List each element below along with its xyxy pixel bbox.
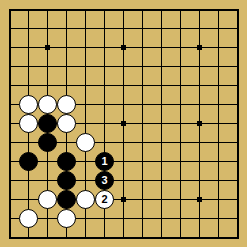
- board-intersection[interactable]: [19, 133, 38, 152]
- board-intersection[interactable]: [19, 57, 38, 76]
- move-number-label: 3: [101, 175, 107, 186]
- board-intersection[interactable]: [190, 76, 209, 95]
- board-intersection[interactable]: [57, 133, 76, 152]
- grid-line-vertical: [142, 152, 143, 171]
- grid-line-vertical: [28, 171, 29, 190]
- grid-line-vertical: [161, 38, 162, 57]
- grid-line-vertical: [180, 76, 181, 95]
- grid-line-vertical: [28, 57, 29, 76]
- board-intersection[interactable]: [171, 38, 190, 57]
- board-intersection[interactable]: [133, 152, 152, 171]
- grid-line-vertical: [218, 19, 219, 38]
- grid-line-vertical: [180, 209, 181, 228]
- board-intersection[interactable]: [133, 228, 152, 247]
- board-intersection[interactable]: [171, 209, 190, 228]
- board-intersection[interactable]: [19, 38, 38, 57]
- white-stone: [19, 209, 38, 228]
- grid-line-vertical: [180, 228, 181, 239]
- board-intersection[interactable]: [133, 38, 152, 57]
- board-intersection[interactable]: [152, 114, 171, 133]
- grid-line-vertical: [9, 38, 11, 57]
- grid-line-vertical: [142, 9, 143, 19]
- board-intersection[interactable]: [152, 76, 171, 95]
- board-intersection[interactable]: [133, 19, 152, 38]
- board-intersection[interactable]: [0, 76, 19, 95]
- board-intersection[interactable]: [19, 19, 38, 38]
- board-intersection[interactable]: [76, 38, 95, 57]
- grid-line-vertical: [47, 171, 48, 190]
- grid-line-vertical: [237, 19, 239, 38]
- board-intersection[interactable]: [209, 209, 228, 228]
- board-intersection[interactable]: [133, 114, 152, 133]
- board-intersection[interactable]: [57, 57, 76, 76]
- grid-line-vertical: [47, 9, 48, 19]
- board-intersection[interactable]: [38, 133, 57, 152]
- board-intersection[interactable]: [190, 57, 209, 76]
- grid-line-vertical: [85, 152, 86, 171]
- grid-line-vertical: [85, 38, 86, 57]
- white-stone: [19, 95, 38, 114]
- white-stone: [57, 209, 76, 228]
- white-stone: [76, 133, 95, 152]
- white-stone: [19, 114, 38, 133]
- grid-line-vertical: [47, 152, 48, 171]
- grid-line-vertical: [199, 209, 200, 228]
- board-intersection[interactable]: [76, 171, 95, 190]
- grid-line-vertical: [180, 171, 181, 190]
- board-intersection[interactable]: [190, 190, 209, 209]
- grid-line-vertical: [123, 228, 124, 239]
- board-intersection[interactable]: [57, 152, 76, 171]
- grid-line-vertical: [218, 9, 219, 19]
- grid-line-vertical: [66, 9, 67, 19]
- grid-line-vertical: [66, 76, 67, 95]
- board-intersection[interactable]: [0, 57, 19, 76]
- grid-line-vertical: [9, 95, 11, 114]
- board-intersection[interactable]: [76, 114, 95, 133]
- grid-line-vertical: [47, 209, 48, 228]
- board-intersection[interactable]: [19, 190, 38, 209]
- grid-line-vertical: [104, 114, 105, 133]
- grid-line-vertical: [161, 114, 162, 133]
- board-intersection[interactable]: [38, 38, 57, 57]
- board-intersection[interactable]: [76, 190, 95, 209]
- grid-line-vertical: [85, 57, 86, 76]
- board-intersection[interactable]: [209, 76, 228, 95]
- board-intersection[interactable]: [152, 209, 171, 228]
- board-intersection[interactable]: [209, 171, 228, 190]
- board-intersection[interactable]: [114, 0, 133, 19]
- board-intersection[interactable]: [76, 19, 95, 38]
- board-intersection[interactable]: [95, 209, 114, 228]
- board-intersection[interactable]: [228, 171, 247, 190]
- board-intersection[interactable]: [228, 152, 247, 171]
- board-intersection[interactable]: [0, 19, 19, 38]
- grid-line-vertical: [218, 76, 219, 95]
- board-intersection[interactable]: [152, 133, 171, 152]
- board-intersection[interactable]: [171, 152, 190, 171]
- board-intersection[interactable]: [228, 0, 247, 19]
- grid-line-vertical: [66, 38, 67, 57]
- board-intersection[interactable]: [114, 228, 133, 247]
- grid-line-vertical: [180, 95, 181, 114]
- grid-line-vertical: [9, 190, 11, 209]
- board-intersection[interactable]: [95, 76, 114, 95]
- board-intersection[interactable]: [171, 76, 190, 95]
- board-intersection[interactable]: [209, 57, 228, 76]
- board-intersection[interactable]: [209, 0, 228, 19]
- board-intersection[interactable]: [76, 152, 95, 171]
- board-intersection[interactable]: [209, 190, 228, 209]
- board-intersection[interactable]: [152, 190, 171, 209]
- board-intersection[interactable]: [209, 228, 228, 247]
- board-intersection[interactable]: [76, 133, 95, 152]
- grid-line-vertical: [218, 190, 219, 209]
- board-intersection[interactable]: [114, 152, 133, 171]
- board-intersection[interactable]: [38, 95, 57, 114]
- grid-line-vertical: [9, 76, 11, 95]
- grid-line-vertical: [85, 114, 86, 133]
- board-intersection[interactable]: [76, 228, 95, 247]
- board-intersection[interactable]: [114, 57, 133, 76]
- board-intersection[interactable]: [133, 171, 152, 190]
- board-intersection[interactable]: [209, 114, 228, 133]
- board-intersection[interactable]: [114, 190, 133, 209]
- board-intersection[interactable]: [114, 114, 133, 133]
- grid-line-vertical: [123, 171, 124, 190]
- board-intersection[interactable]: [95, 95, 114, 114]
- grid-line-vertical: [199, 19, 200, 38]
- grid-line-vertical: [199, 76, 200, 95]
- board-intersection[interactable]: [152, 19, 171, 38]
- board-intersection[interactable]: [19, 95, 38, 114]
- board-intersection[interactable]: [114, 76, 133, 95]
- board-intersection[interactable]: [76, 57, 95, 76]
- grid-line-vertical: [237, 190, 239, 209]
- board-intersection[interactable]: [38, 76, 57, 95]
- board-intersection[interactable]: [0, 95, 19, 114]
- board-intersection[interactable]: [95, 19, 114, 38]
- board-intersection[interactable]: [57, 19, 76, 38]
- grid-line-vertical: [66, 57, 67, 76]
- grid-line-vertical: [199, 9, 200, 19]
- board-intersection[interactable]: [114, 209, 133, 228]
- grid-line-vertical: [199, 171, 200, 190]
- board-intersection[interactable]: [190, 152, 209, 171]
- board-intersection[interactable]: [0, 38, 19, 57]
- grid-line-vertical: [161, 57, 162, 76]
- board-intersection[interactable]: [57, 114, 76, 133]
- grid-line-vertical: [199, 228, 200, 239]
- board-intersection[interactable]: [171, 0, 190, 19]
- board-intersection[interactable]: [0, 0, 19, 19]
- board-intersection[interactable]: [152, 228, 171, 247]
- grid-line-vertical: [85, 228, 86, 239]
- board-intersection[interactable]: [38, 190, 57, 209]
- grid-line-vertical: [199, 57, 200, 76]
- grid-line-vertical: [161, 152, 162, 171]
- grid-line-vertical: [161, 209, 162, 228]
- board-intersection[interactable]: 3: [95, 171, 114, 190]
- board-intersection[interactable]: [57, 95, 76, 114]
- grid-line-vertical: [218, 133, 219, 152]
- grid-line-vertical: [9, 57, 11, 76]
- board-intersection[interactable]: [76, 0, 95, 19]
- board-intersection[interactable]: [19, 114, 38, 133]
- board-intersection[interactable]: [228, 190, 247, 209]
- grid-line-vertical: [123, 9, 124, 19]
- grid-line-vertical: [142, 38, 143, 57]
- grid-line-vertical: [237, 9, 239, 19]
- board-intersection[interactable]: [190, 0, 209, 19]
- grid-line-vertical: [104, 76, 105, 95]
- grid-line-vertical: [161, 133, 162, 152]
- board-intersection[interactable]: [209, 38, 228, 57]
- board-intersection[interactable]: [19, 0, 38, 19]
- board-intersection[interactable]: [57, 0, 76, 19]
- board-intersection[interactable]: [38, 152, 57, 171]
- board-intersection[interactable]: 1: [95, 152, 114, 171]
- grid-line-vertical: [218, 209, 219, 228]
- board-intersection[interactable]: [133, 0, 152, 19]
- grid-line-vertical: [237, 171, 239, 190]
- board-intersection[interactable]: [57, 209, 76, 228]
- grid-line-vertical: [85, 171, 86, 190]
- board-intersection[interactable]: [209, 19, 228, 38]
- board-intersection[interactable]: [190, 171, 209, 190]
- board-intersection[interactable]: [228, 95, 247, 114]
- board-intersection[interactable]: [19, 228, 38, 247]
- board-intersection[interactable]: [209, 95, 228, 114]
- grid-line-vertical: [180, 114, 181, 133]
- board-intersection[interactable]: [0, 190, 19, 209]
- move-number-label: 1: [101, 156, 107, 167]
- grid-line-vertical: [85, 95, 86, 114]
- board-intersection[interactable]: [38, 209, 57, 228]
- grid-line-vertical: [237, 209, 239, 228]
- board-intersection[interactable]: [0, 133, 19, 152]
- grid-line-vertical: [237, 114, 239, 133]
- grid-line-vertical: [237, 38, 239, 57]
- board-intersection[interactable]: [0, 152, 19, 171]
- board-intersection[interactable]: [228, 19, 247, 38]
- board-intersection[interactable]: [95, 57, 114, 76]
- grid-line-vertical: [123, 19, 124, 38]
- board-intersection[interactable]: [95, 133, 114, 152]
- board-intersection[interactable]: [190, 38, 209, 57]
- board-intersection[interactable]: [133, 95, 152, 114]
- board-intersection[interactable]: [19, 209, 38, 228]
- board-intersection[interactable]: [190, 19, 209, 38]
- board-intersection[interactable]: [38, 19, 57, 38]
- grid-line-vertical: [237, 133, 239, 152]
- white-stone: [38, 190, 57, 209]
- grid-line-vertical: [9, 19, 11, 38]
- move-number-label: 2: [101, 194, 107, 205]
- board-intersection[interactable]: [228, 133, 247, 152]
- grid-line-vertical: [218, 38, 219, 57]
- grid-line-vertical: [85, 76, 86, 95]
- board-intersection[interactable]: [76, 209, 95, 228]
- board-intersection[interactable]: [190, 95, 209, 114]
- star-point: [197, 121, 202, 126]
- white-stone: [57, 95, 76, 114]
- grid-line-vertical: [237, 228, 239, 239]
- board-intersection[interactable]: [57, 228, 76, 247]
- board-intersection[interactable]: [19, 152, 38, 171]
- board-intersection[interactable]: [171, 171, 190, 190]
- grid-line-vertical: [180, 190, 181, 209]
- board-intersection[interactable]: [38, 0, 57, 19]
- board-intersection[interactable]: [0, 114, 19, 133]
- grid-line-vertical: [47, 57, 48, 76]
- grid-line-vertical: [9, 152, 11, 171]
- board-intersection[interactable]: [19, 171, 38, 190]
- grid-line-vertical: [218, 57, 219, 76]
- board-intersection[interactable]: [190, 228, 209, 247]
- grid-line-vertical: [47, 19, 48, 38]
- grid-line-vertical: [161, 19, 162, 38]
- black-stone: [57, 171, 76, 190]
- board-intersection[interactable]: [171, 114, 190, 133]
- grid-line-vertical: [47, 228, 48, 239]
- board-intersection[interactable]: [114, 171, 133, 190]
- grid-line-vertical: [9, 209, 11, 228]
- board-intersection[interactable]: [190, 133, 209, 152]
- board-intersection[interactable]: [38, 114, 57, 133]
- grid-line-vertical: [104, 228, 105, 239]
- board-intersection[interactable]: [0, 228, 19, 247]
- board-intersection[interactable]: [57, 38, 76, 57]
- board-intersection[interactable]: [171, 228, 190, 247]
- grid-line-vertical: [218, 228, 219, 239]
- board-intersection[interactable]: [152, 152, 171, 171]
- grid-line-vertical: [85, 9, 86, 19]
- star-point: [45, 45, 50, 50]
- board-intersection[interactable]: [209, 152, 228, 171]
- grid-line-vertical: [104, 9, 105, 19]
- board-intersection[interactable]: [171, 95, 190, 114]
- board-intersection[interactable]: [152, 0, 171, 19]
- grid-line-vertical: [142, 19, 143, 38]
- board-intersection[interactable]: [0, 171, 19, 190]
- board-intersection[interactable]: [133, 209, 152, 228]
- board-intersection[interactable]: [57, 171, 76, 190]
- board-intersection[interactable]: [171, 57, 190, 76]
- black-stone: [38, 114, 57, 133]
- board-intersection[interactable]: [95, 114, 114, 133]
- grid-line-vertical: [142, 171, 143, 190]
- white-stone: [57, 114, 76, 133]
- grid-line-vertical: [199, 152, 200, 171]
- board-intersection[interactable]: [76, 95, 95, 114]
- grid-line-vertical: [85, 209, 86, 228]
- grid-line-vertical: [104, 57, 105, 76]
- grid-line-vertical: [180, 133, 181, 152]
- grid-line-vertical: [28, 9, 29, 19]
- white-stone: [76, 190, 95, 209]
- board-intersection[interactable]: [57, 76, 76, 95]
- star-point: [121, 121, 126, 126]
- board-intersection[interactable]: [228, 114, 247, 133]
- board-intersection[interactable]: [228, 209, 247, 228]
- board-intersection[interactable]: [133, 57, 152, 76]
- grid-line-vertical: [104, 38, 105, 57]
- board-intersection[interactable]: [133, 190, 152, 209]
- grid-line-vertical: [142, 76, 143, 95]
- board-intersection[interactable]: [19, 76, 38, 95]
- board-intersection[interactable]: [228, 57, 247, 76]
- star-point: [197, 45, 202, 50]
- board-intersection[interactable]: [38, 57, 57, 76]
- board-intersection[interactable]: [171, 133, 190, 152]
- board-intersection[interactable]: [190, 209, 209, 228]
- grid-line-vertical: [161, 9, 162, 19]
- white-stone: [38, 95, 57, 114]
- board-intersection[interactable]: [171, 190, 190, 209]
- grid-line-vertical: [180, 152, 181, 171]
- board-intersection[interactable]: [38, 228, 57, 247]
- board-intersection[interactable]: [228, 228, 247, 247]
- grid-line-vertical: [123, 133, 124, 152]
- black-stone-move-1: 1: [95, 152, 114, 171]
- white-stone-move-2: 2: [95, 190, 114, 209]
- board-intersection[interactable]: [133, 76, 152, 95]
- board-intersection[interactable]: [38, 171, 57, 190]
- go-board: 132: [0, 0, 247, 247]
- grid-line-vertical: [28, 228, 29, 239]
- grid-line-vertical: [85, 19, 86, 38]
- grid-line-vertical: [237, 95, 239, 114]
- board-intersection[interactable]: [152, 171, 171, 190]
- grid-line-vertical: [104, 19, 105, 38]
- board-intersection[interactable]: [133, 133, 152, 152]
- board-intersection[interactable]: [114, 19, 133, 38]
- board-intersection[interactable]: [228, 76, 247, 95]
- board-intersection[interactable]: [114, 95, 133, 114]
- board-intersection[interactable]: [171, 19, 190, 38]
- grid-line-vertical: [142, 190, 143, 209]
- board-intersection[interactable]: [152, 95, 171, 114]
- black-stone: [38, 133, 57, 152]
- board-intersection[interactable]: [190, 114, 209, 133]
- grid-line-vertical: [218, 114, 219, 133]
- black-stone-move-3: 3: [95, 171, 114, 190]
- board-intersection[interactable]: [152, 38, 171, 57]
- board-intersection[interactable]: [114, 133, 133, 152]
- board-intersection[interactable]: [95, 38, 114, 57]
- grid-line-vertical: [142, 95, 143, 114]
- board-intersection[interactable]: [95, 228, 114, 247]
- board-intersection[interactable]: [209, 133, 228, 152]
- board-intersection[interactable]: [76, 76, 95, 95]
- board-intersection[interactable]: [57, 190, 76, 209]
- grid-line-vertical: [9, 228, 11, 239]
- board-intersection[interactable]: [95, 0, 114, 19]
- grid-line-vertical: [28, 76, 29, 95]
- grid-line-vertical: [123, 95, 124, 114]
- grid-line-vertical: [199, 95, 200, 114]
- grid-line-vertical: [123, 57, 124, 76]
- board-intersection[interactable]: [228, 38, 247, 57]
- grid-line-vertical: [104, 209, 105, 228]
- board-intersection[interactable]: [0, 209, 19, 228]
- grid-line-vertical: [47, 76, 48, 95]
- grid-line-vertical: [123, 209, 124, 228]
- board-intersection[interactable]: [114, 38, 133, 57]
- board-intersection[interactable]: [152, 57, 171, 76]
- board-intersection[interactable]: 2: [95, 190, 114, 209]
